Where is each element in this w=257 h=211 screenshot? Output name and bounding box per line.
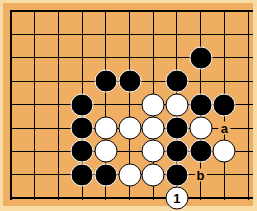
grid-line-vertical: [58, 10, 59, 200]
black-stone: [71, 140, 94, 163]
go-diagram: ab1: [0, 0, 257, 211]
white-stone: [94, 117, 117, 140]
grid-line-horizontal: [10, 197, 253, 199]
grid-line-vertical: [248, 10, 249, 200]
white-stone: [142, 93, 165, 116]
grid-line-horizontal: [10, 57, 253, 58]
grid-line-vertical: [10, 10, 12, 200]
grid-line-horizontal: [10, 34, 253, 35]
white-stone: [94, 140, 117, 163]
point-label-b: b: [195, 168, 207, 181]
black-stone: [189, 46, 212, 69]
black-stone: [165, 163, 188, 186]
black-stone: [71, 117, 94, 140]
black-stone: [165, 117, 188, 140]
goban-layer: ab1: [0, 0, 257, 211]
black-stone: [94, 70, 117, 93]
black-stone: [71, 163, 94, 186]
white-stone-move-1: 1: [165, 187, 188, 210]
white-stone: [213, 140, 236, 163]
black-stone: [165, 140, 188, 163]
white-stone: [142, 117, 165, 140]
white-stone: [118, 117, 141, 140]
grid-line-vertical: [34, 10, 35, 200]
black-stone: [94, 163, 117, 186]
white-stone: [142, 163, 165, 186]
white-stone: [142, 140, 165, 163]
move-number: 1: [173, 192, 180, 205]
black-stone: [213, 93, 236, 116]
white-stone: [189, 117, 212, 140]
black-stone: [189, 93, 212, 116]
black-stone: [165, 70, 188, 93]
black-stone: [189, 140, 212, 163]
point-label-a: a: [219, 122, 230, 135]
black-stone: [118, 70, 141, 93]
black-stone: [71, 93, 94, 116]
white-stone: [118, 163, 141, 186]
grid-line-horizontal: [10, 10, 253, 12]
white-stone: [165, 93, 188, 116]
